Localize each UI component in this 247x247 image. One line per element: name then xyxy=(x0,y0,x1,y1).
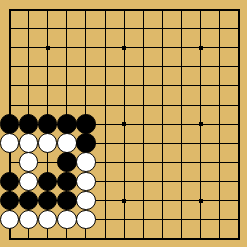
intersection[interactable] xyxy=(115,115,134,134)
intersection[interactable] xyxy=(153,134,172,153)
intersection[interactable] xyxy=(153,229,172,247)
intersection[interactable] xyxy=(76,153,95,172)
intersection[interactable] xyxy=(38,38,57,57)
intersection[interactable] xyxy=(229,153,247,172)
intersection[interactable] xyxy=(172,76,191,95)
intersection[interactable] xyxy=(172,115,191,134)
intersection[interactable] xyxy=(19,19,38,38)
intersection[interactable] xyxy=(153,95,172,114)
intersection[interactable] xyxy=(191,57,210,76)
intersection[interactable] xyxy=(153,115,172,134)
intersection[interactable] xyxy=(19,38,38,57)
intersection[interactable] xyxy=(210,57,229,76)
intersection[interactable] xyxy=(19,0,38,19)
intersection[interactable] xyxy=(19,134,38,153)
intersection[interactable] xyxy=(229,210,247,229)
intersection[interactable] xyxy=(134,229,153,247)
intersection[interactable] xyxy=(115,38,134,57)
intersection[interactable] xyxy=(19,115,38,134)
intersection[interactable] xyxy=(95,38,114,57)
intersection[interactable] xyxy=(95,19,114,38)
intersection[interactable] xyxy=(229,19,247,38)
intersection[interactable] xyxy=(191,95,210,114)
intersection[interactable] xyxy=(210,210,229,229)
stone-black xyxy=(38,191,58,211)
intersection[interactable] xyxy=(229,229,247,247)
stone-black xyxy=(57,172,77,192)
intersection[interactable] xyxy=(57,191,76,210)
intersection[interactable] xyxy=(115,57,134,76)
intersection[interactable] xyxy=(134,172,153,191)
intersection[interactable] xyxy=(115,191,134,210)
intersection[interactable] xyxy=(229,95,247,114)
intersection[interactable] xyxy=(95,57,114,76)
intersection[interactable] xyxy=(0,76,19,95)
intersection[interactable] xyxy=(153,76,172,95)
stone-black xyxy=(19,114,39,134)
intersection[interactable] xyxy=(172,153,191,172)
intersection[interactable] xyxy=(115,210,134,229)
intersection[interactable] xyxy=(134,115,153,134)
stone-white xyxy=(19,152,39,172)
stone-white xyxy=(38,210,58,230)
intersection[interactable] xyxy=(0,210,19,229)
intersection[interactable] xyxy=(19,172,38,191)
intersection[interactable] xyxy=(153,210,172,229)
intersection[interactable] xyxy=(210,95,229,114)
intersection[interactable] xyxy=(134,0,153,19)
intersection[interactable] xyxy=(210,19,229,38)
stone-black xyxy=(0,114,19,134)
intersection[interactable] xyxy=(57,153,76,172)
intersection[interactable] xyxy=(172,19,191,38)
go-board[interactable] xyxy=(0,0,247,247)
intersection[interactable] xyxy=(38,134,57,153)
intersection[interactable] xyxy=(191,76,210,95)
intersection[interactable] xyxy=(191,38,210,57)
stone-black xyxy=(0,191,19,211)
intersection[interactable] xyxy=(210,191,229,210)
intersection[interactable] xyxy=(57,76,76,95)
intersection[interactable] xyxy=(76,210,95,229)
intersection[interactable] xyxy=(210,38,229,57)
stone-white xyxy=(76,172,96,192)
intersection[interactable] xyxy=(0,172,19,191)
intersection[interactable] xyxy=(191,191,210,210)
intersection[interactable] xyxy=(134,57,153,76)
intersection[interactable] xyxy=(95,95,114,114)
intersection[interactable] xyxy=(229,76,247,95)
intersection[interactable] xyxy=(76,191,95,210)
stone-white xyxy=(57,133,77,153)
intersection[interactable] xyxy=(229,115,247,134)
intersection[interactable] xyxy=(134,153,153,172)
intersection[interactable] xyxy=(0,115,19,134)
intersection[interactable] xyxy=(95,210,114,229)
intersection[interactable] xyxy=(115,172,134,191)
intersection[interactable] xyxy=(38,210,57,229)
stone-white xyxy=(76,210,96,230)
intersection[interactable] xyxy=(19,57,38,76)
intersection[interactable] xyxy=(0,19,19,38)
intersection[interactable] xyxy=(172,38,191,57)
intersection[interactable] xyxy=(210,115,229,134)
intersection[interactable] xyxy=(76,57,95,76)
stone-white xyxy=(19,172,39,192)
intersection[interactable] xyxy=(0,0,19,19)
intersection[interactable] xyxy=(134,38,153,57)
intersection[interactable] xyxy=(229,38,247,57)
intersection[interactable] xyxy=(172,0,191,19)
intersection[interactable] xyxy=(38,191,57,210)
intersection[interactable] xyxy=(153,0,172,19)
intersection[interactable] xyxy=(191,153,210,172)
intersection[interactable] xyxy=(76,19,95,38)
intersection[interactable] xyxy=(210,76,229,95)
intersection[interactable] xyxy=(38,229,57,247)
intersection[interactable] xyxy=(76,172,95,191)
stone-black xyxy=(57,191,77,211)
intersection[interactable] xyxy=(19,153,38,172)
intersection[interactable] xyxy=(172,191,191,210)
intersection[interactable] xyxy=(38,153,57,172)
stone-black xyxy=(38,114,58,134)
intersection[interactable] xyxy=(38,76,57,95)
intersection[interactable] xyxy=(210,134,229,153)
intersection[interactable] xyxy=(153,172,172,191)
intersection[interactable] xyxy=(95,0,114,19)
intersection[interactable] xyxy=(172,57,191,76)
intersection[interactable] xyxy=(19,76,38,95)
intersection[interactable] xyxy=(57,38,76,57)
intersection[interactable] xyxy=(229,191,247,210)
stone-white xyxy=(38,133,58,153)
intersection[interactable] xyxy=(115,0,134,19)
intersection[interactable] xyxy=(153,19,172,38)
intersection[interactable] xyxy=(191,172,210,191)
intersection[interactable] xyxy=(38,0,57,19)
intersection[interactable] xyxy=(134,134,153,153)
intersection[interactable] xyxy=(134,95,153,114)
intersection[interactable] xyxy=(0,134,19,153)
intersection[interactable] xyxy=(210,0,229,19)
intersection[interactable] xyxy=(210,229,229,247)
stone-black xyxy=(38,172,58,192)
stone-black xyxy=(0,172,19,192)
intersection[interactable] xyxy=(38,57,57,76)
intersection[interactable] xyxy=(0,191,19,210)
intersection[interactable] xyxy=(229,172,247,191)
intersection[interactable] xyxy=(76,95,95,114)
intersection[interactable] xyxy=(95,191,114,210)
stone-white xyxy=(0,210,19,230)
stone-black xyxy=(76,133,96,153)
intersection[interactable] xyxy=(95,134,114,153)
intersection[interactable] xyxy=(153,38,172,57)
intersection[interactable] xyxy=(76,134,95,153)
intersection[interactable] xyxy=(95,76,114,95)
intersection[interactable] xyxy=(57,172,76,191)
intersection[interactable] xyxy=(57,19,76,38)
intersection[interactable] xyxy=(57,134,76,153)
stone-black xyxy=(57,114,77,134)
intersection[interactable] xyxy=(76,229,95,247)
intersection[interactable] xyxy=(57,229,76,247)
intersection[interactable] xyxy=(95,115,114,134)
board-grid xyxy=(0,0,247,247)
intersection[interactable] xyxy=(172,134,191,153)
stone-white xyxy=(19,133,39,153)
intersection[interactable] xyxy=(95,229,114,247)
intersection[interactable] xyxy=(19,210,38,229)
intersection[interactable] xyxy=(57,210,76,229)
intersection[interactable] xyxy=(38,115,57,134)
intersection[interactable] xyxy=(76,0,95,19)
intersection[interactable] xyxy=(19,229,38,247)
intersection[interactable] xyxy=(134,19,153,38)
go-diagram-page xyxy=(0,0,247,247)
intersection[interactable] xyxy=(76,76,95,95)
intersection[interactable] xyxy=(172,229,191,247)
stone-white xyxy=(57,210,77,230)
stone-black xyxy=(57,152,77,172)
intersection[interactable] xyxy=(229,0,247,19)
intersection[interactable] xyxy=(115,95,134,114)
intersection[interactable] xyxy=(76,115,95,134)
intersection[interactable] xyxy=(115,76,134,95)
intersection[interactable] xyxy=(172,172,191,191)
stone-black xyxy=(76,114,96,134)
intersection[interactable] xyxy=(95,153,114,172)
intersection[interactable] xyxy=(57,115,76,134)
intersection[interactable] xyxy=(134,210,153,229)
intersection[interactable] xyxy=(191,0,210,19)
intersection[interactable] xyxy=(19,95,38,114)
intersection[interactable] xyxy=(76,38,95,57)
intersection[interactable] xyxy=(57,95,76,114)
intersection[interactable] xyxy=(210,172,229,191)
intersection[interactable] xyxy=(153,153,172,172)
intersection[interactable] xyxy=(38,172,57,191)
intersection[interactable] xyxy=(172,210,191,229)
intersection[interactable] xyxy=(115,134,134,153)
intersection[interactable] xyxy=(0,229,19,247)
stone-black xyxy=(19,191,39,211)
intersection[interactable] xyxy=(153,191,172,210)
intersection[interactable] xyxy=(115,19,134,38)
stone-white xyxy=(19,210,39,230)
intersection[interactable] xyxy=(0,95,19,114)
intersection[interactable] xyxy=(134,191,153,210)
intersection[interactable] xyxy=(191,229,210,247)
intersection[interactable] xyxy=(38,95,57,114)
intersection[interactable] xyxy=(95,172,114,191)
intersection[interactable] xyxy=(210,153,229,172)
intersection[interactable] xyxy=(38,19,57,38)
stone-white xyxy=(76,152,96,172)
intersection[interactable] xyxy=(57,0,76,19)
intersection[interactable] xyxy=(57,57,76,76)
intersection[interactable] xyxy=(229,134,247,153)
intersection[interactable] xyxy=(115,229,134,247)
intersection[interactable] xyxy=(172,95,191,114)
intersection[interactable] xyxy=(191,19,210,38)
intersection[interactable] xyxy=(0,38,19,57)
intersection[interactable] xyxy=(229,57,247,76)
intersection[interactable] xyxy=(191,210,210,229)
intersection[interactable] xyxy=(191,134,210,153)
intersection[interactable] xyxy=(0,57,19,76)
intersection[interactable] xyxy=(153,57,172,76)
intersection[interactable] xyxy=(19,191,38,210)
intersection[interactable] xyxy=(0,153,19,172)
intersection[interactable] xyxy=(191,115,210,134)
stone-white xyxy=(0,133,19,153)
intersection[interactable] xyxy=(134,76,153,95)
intersection[interactable] xyxy=(115,153,134,172)
stone-white xyxy=(76,191,96,211)
